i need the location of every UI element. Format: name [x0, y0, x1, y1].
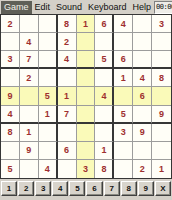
number-button-6[interactable]: 6 [86, 181, 102, 196]
cell-r3c7-given[interactable]: 6 [114, 51, 133, 69]
cell-r4c5-empty[interactable] [77, 69, 96, 87]
cell-r9c8-given[interactable]: 2 [133, 160, 152, 178]
cell-r8c7-empty[interactable] [114, 142, 133, 160]
cell-r2c7-empty[interactable] [114, 33, 133, 51]
cell-r1c8-empty[interactable] [133, 15, 152, 33]
number-button-x[interactable]: X [155, 181, 171, 196]
cell-r3c8-empty[interactable] [133, 51, 152, 69]
cell-r8c3-empty[interactable] [39, 142, 58, 160]
cell-r8c5-empty[interactable] [77, 142, 96, 160]
sudoku-board: 2816434237456214895146417598139961543821 [0, 14, 172, 179]
number-button-8[interactable]: 8 [121, 181, 137, 196]
cell-r9c5-given[interactable]: 3 [77, 160, 96, 178]
cell-r1c7-given[interactable]: 4 [114, 15, 133, 33]
cell-r9c4-empty[interactable] [58, 160, 77, 178]
cell-r8c8-empty[interactable] [133, 142, 152, 160]
cell-r1c9-given[interactable]: 3 [152, 15, 171, 33]
number-button-9[interactable]: 9 [138, 181, 154, 196]
cell-r4c3-empty[interactable] [39, 69, 58, 87]
menu-item-keyboard[interactable]: Keyboard [85, 1, 130, 14]
cell-r2c8-empty[interactable] [133, 33, 152, 51]
cell-r6c1-given[interactable]: 4 [1, 106, 20, 124]
cell-r8c9-empty[interactable] [152, 142, 171, 160]
cell-r2c5-empty[interactable] [77, 33, 96, 51]
cell-r8c4-given[interactable]: 6 [58, 142, 77, 160]
cell-r1c3-empty[interactable] [39, 15, 58, 33]
cell-r2c1-empty[interactable] [1, 33, 20, 51]
cell-r5c9-empty[interactable] [152, 87, 171, 105]
cell-r5c6-given[interactable]: 4 [95, 87, 114, 105]
menu-item-help[interactable]: Help [130, 1, 155, 14]
cell-r5c3-given[interactable]: 5 [39, 87, 58, 105]
cell-r9c6-given[interactable]: 8 [95, 160, 114, 178]
timer-display: 00:00:04 [154, 1, 172, 14]
cell-r2c4-given[interactable]: 2 [58, 33, 77, 51]
cell-r4c1-empty[interactable] [1, 69, 20, 87]
cell-r6c9-given[interactable]: 9 [152, 106, 171, 124]
cell-r3c6-given[interactable]: 5 [95, 51, 114, 69]
cell-r9c2-empty[interactable] [20, 160, 39, 178]
cell-r6c6-empty[interactable] [95, 106, 114, 124]
cell-r4c7-given[interactable]: 1 [114, 69, 133, 87]
cell-r7c6-empty[interactable] [95, 124, 114, 142]
cell-r3c2-given[interactable]: 7 [20, 51, 39, 69]
cell-r2c2-given[interactable]: 4 [20, 33, 39, 51]
number-button-7[interactable]: 7 [104, 181, 120, 196]
cell-r4c6-empty[interactable] [95, 69, 114, 87]
cell-r4c8-given[interactable]: 4 [133, 69, 152, 87]
cell-r6c3-given[interactable]: 1 [39, 106, 58, 124]
cell-r7c5-empty[interactable] [77, 124, 96, 142]
number-button-4[interactable]: 4 [52, 181, 68, 196]
cell-r7c7-given[interactable]: 3 [114, 124, 133, 142]
cell-r6c8-empty[interactable] [133, 106, 152, 124]
cell-r6c4-given[interactable]: 7 [58, 106, 77, 124]
cell-r5c7-empty[interactable] [114, 87, 133, 105]
cell-r1c1-given[interactable]: 2 [1, 15, 20, 33]
cell-r4c9-given[interactable]: 8 [152, 69, 171, 87]
cell-r8c2-given[interactable]: 9 [20, 142, 39, 160]
cell-r9c1-given[interactable]: 5 [1, 160, 20, 178]
cell-r2c9-empty[interactable] [152, 33, 171, 51]
number-button-2[interactable]: 2 [18, 181, 34, 196]
cell-r7c3-empty[interactable] [39, 124, 58, 142]
cell-r5c8-given[interactable]: 6 [133, 87, 152, 105]
menu-item-sound[interactable]: Sound [53, 1, 85, 14]
cell-r5c4-given[interactable]: 1 [58, 87, 77, 105]
cell-r4c4-empty[interactable] [58, 69, 77, 87]
number-button-row: 123456789X [0, 179, 172, 196]
cell-r4c2-given[interactable]: 2 [20, 69, 39, 87]
cell-r2c6-empty[interactable] [95, 33, 114, 51]
cell-r1c5-given[interactable]: 1 [77, 15, 96, 33]
cell-r7c9-empty[interactable] [152, 124, 171, 142]
cell-r3c3-empty[interactable] [39, 51, 58, 69]
cell-r6c5-empty[interactable] [77, 106, 96, 124]
cell-r3c9-empty[interactable] [152, 51, 171, 69]
menu-item-edit[interactable]: Edit [32, 1, 54, 14]
cell-r6c7-given[interactable]: 5 [114, 106, 133, 124]
number-button-3[interactable]: 3 [35, 181, 51, 196]
cell-r1c2-empty[interactable] [20, 15, 39, 33]
cell-r1c4-given[interactable]: 8 [58, 15, 77, 33]
cell-r6c2-empty[interactable] [20, 106, 39, 124]
menu-bar: GameEditSoundKeyboardHelp00:00:04 [0, 0, 172, 14]
number-button-1[interactable]: 1 [1, 181, 17, 196]
sudoku-window: GameEditSoundKeyboardHelp00:00:04 281643… [0, 0, 172, 200]
cell-r9c9-given[interactable]: 1 [152, 160, 171, 178]
cell-r1c6-given[interactable]: 6 [95, 15, 114, 33]
cell-r5c5-empty[interactable] [77, 87, 96, 105]
cell-r5c2-empty[interactable] [20, 87, 39, 105]
cell-r3c1-given[interactable]: 3 [1, 51, 20, 69]
number-button-5[interactable]: 5 [69, 181, 85, 196]
cell-r9c3-given[interactable]: 4 [39, 160, 58, 178]
cell-r8c1-empty[interactable] [1, 142, 20, 160]
cell-r7c4-empty[interactable] [58, 124, 77, 142]
menu-item-game[interactable]: Game [1, 1, 32, 14]
cell-r7c2-given[interactable]: 1 [20, 124, 39, 142]
cell-r3c4-given[interactable]: 4 [58, 51, 77, 69]
cell-r7c1-given[interactable]: 8 [1, 124, 20, 142]
cell-r3c5-empty[interactable] [77, 51, 96, 69]
cell-r7c8-given[interactable]: 9 [133, 124, 152, 142]
cell-r9c7-empty[interactable] [114, 160, 133, 178]
cell-r8c6-given[interactable]: 1 [95, 142, 114, 160]
cell-r2c3-empty[interactable] [39, 33, 58, 51]
cell-r5c1-given[interactable]: 9 [1, 87, 20, 105]
